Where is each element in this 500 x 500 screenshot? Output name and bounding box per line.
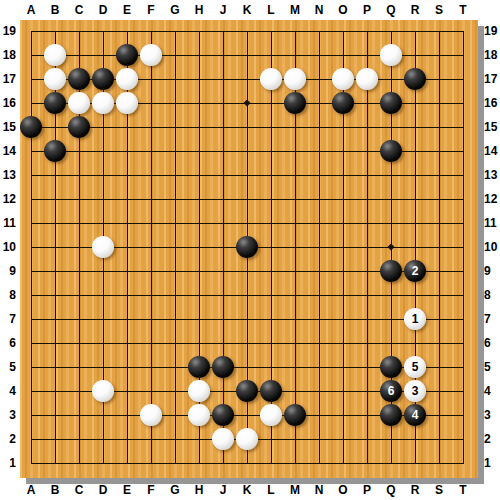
intersection[interactable] [307, 283, 331, 307]
intersection[interactable] [355, 19, 379, 43]
intersection[interactable] [235, 427, 259, 451]
intersection[interactable] [163, 139, 187, 163]
intersection[interactable] [67, 379, 91, 403]
intersection[interactable] [235, 259, 259, 283]
intersection[interactable] [379, 43, 403, 67]
intersection[interactable] [211, 427, 235, 451]
intersection[interactable]: 3 [403, 379, 427, 403]
intersection[interactable] [211, 283, 235, 307]
intersection[interactable]: 4 [403, 403, 427, 427]
intersection[interactable] [283, 235, 307, 259]
intersection[interactable] [355, 91, 379, 115]
intersection[interactable] [115, 403, 139, 427]
intersection[interactable] [211, 403, 235, 427]
intersection[interactable] [451, 235, 475, 259]
intersection[interactable] [43, 427, 67, 451]
intersection[interactable] [331, 259, 355, 283]
intersection[interactable] [91, 331, 115, 355]
intersection[interactable] [403, 211, 427, 235]
intersection[interactable] [19, 67, 43, 91]
intersection[interactable] [139, 211, 163, 235]
intersection[interactable] [115, 187, 139, 211]
intersection[interactable] [139, 115, 163, 139]
intersection[interactable] [331, 403, 355, 427]
intersection[interactable] [43, 451, 67, 475]
intersection[interactable] [91, 67, 115, 91]
intersection[interactable] [283, 67, 307, 91]
intersection[interactable] [403, 187, 427, 211]
intersection[interactable] [403, 115, 427, 139]
intersection[interactable] [19, 427, 43, 451]
intersection[interactable] [283, 427, 307, 451]
intersection[interactable] [427, 187, 451, 211]
intersection[interactable] [43, 43, 67, 67]
intersection[interactable] [19, 403, 43, 427]
intersection[interactable] [187, 19, 211, 43]
intersection[interactable] [451, 379, 475, 403]
intersection[interactable] [163, 355, 187, 379]
intersection[interactable] [19, 211, 43, 235]
intersection[interactable] [163, 235, 187, 259]
intersection[interactable] [187, 139, 211, 163]
intersection[interactable] [67, 139, 91, 163]
intersection[interactable] [163, 403, 187, 427]
intersection[interactable] [307, 235, 331, 259]
intersection[interactable] [259, 91, 283, 115]
intersection[interactable] [163, 163, 187, 187]
intersection[interactable] [379, 259, 403, 283]
intersection[interactable] [211, 451, 235, 475]
intersection[interactable] [187, 43, 211, 67]
intersection[interactable] [355, 283, 379, 307]
intersection[interactable] [331, 115, 355, 139]
intersection[interactable] [283, 43, 307, 67]
intersection[interactable] [91, 403, 115, 427]
intersection[interactable] [235, 67, 259, 91]
intersection[interactable] [211, 379, 235, 403]
intersection[interactable] [163, 211, 187, 235]
intersection[interactable] [91, 379, 115, 403]
intersection[interactable] [139, 331, 163, 355]
intersection[interactable] [427, 307, 451, 331]
intersection[interactable] [91, 211, 115, 235]
intersection[interactable] [283, 283, 307, 307]
intersection[interactable] [67, 451, 91, 475]
intersection[interactable] [235, 211, 259, 235]
intersection[interactable] [451, 139, 475, 163]
intersection[interactable] [211, 43, 235, 67]
intersection[interactable] [283, 115, 307, 139]
intersection[interactable] [91, 235, 115, 259]
intersection[interactable] [211, 139, 235, 163]
intersection[interactable] [91, 91, 115, 115]
intersection[interactable] [67, 259, 91, 283]
intersection[interactable] [331, 163, 355, 187]
intersection[interactable] [283, 139, 307, 163]
intersection[interactable] [163, 91, 187, 115]
intersection[interactable] [67, 331, 91, 355]
intersection[interactable] [283, 355, 307, 379]
intersection[interactable] [451, 211, 475, 235]
intersection[interactable] [235, 91, 259, 115]
intersection[interactable] [139, 283, 163, 307]
intersection[interactable] [19, 43, 43, 67]
intersection[interactable] [307, 331, 331, 355]
intersection[interactable] [67, 43, 91, 67]
intersection[interactable] [19, 307, 43, 331]
intersection[interactable] [379, 187, 403, 211]
intersection[interactable] [307, 91, 331, 115]
intersection[interactable] [19, 331, 43, 355]
intersection[interactable] [427, 43, 451, 67]
intersection[interactable] [67, 163, 91, 187]
intersection[interactable] [115, 259, 139, 283]
intersection[interactable] [259, 403, 283, 427]
intersection[interactable] [139, 235, 163, 259]
intersection[interactable] [211, 355, 235, 379]
intersection[interactable] [187, 283, 211, 307]
intersection[interactable] [331, 307, 355, 331]
intersection[interactable] [379, 163, 403, 187]
intersection[interactable] [283, 211, 307, 235]
intersection[interactable] [211, 211, 235, 235]
intersection[interactable] [355, 235, 379, 259]
intersection[interactable] [451, 115, 475, 139]
intersection[interactable] [187, 91, 211, 115]
intersection[interactable] [427, 139, 451, 163]
intersection[interactable] [331, 43, 355, 67]
intersection[interactable] [187, 451, 211, 475]
intersection[interactable] [163, 451, 187, 475]
intersection[interactable] [451, 43, 475, 67]
intersection[interactable] [115, 331, 139, 355]
intersection[interactable] [235, 331, 259, 355]
intersection[interactable] [43, 379, 67, 403]
intersection[interactable] [283, 451, 307, 475]
intersection[interactable] [427, 163, 451, 187]
intersection[interactable] [235, 307, 259, 331]
intersection[interactable] [115, 91, 139, 115]
intersection[interactable] [115, 163, 139, 187]
intersection[interactable] [379, 19, 403, 43]
intersection[interactable] [91, 43, 115, 67]
intersection[interactable] [19, 259, 43, 283]
intersection[interactable] [163, 307, 187, 331]
intersection[interactable] [259, 187, 283, 211]
intersection[interactable] [43, 283, 67, 307]
intersection[interactable] [115, 43, 139, 67]
intersection[interactable] [355, 403, 379, 427]
intersection[interactable] [283, 307, 307, 331]
intersection[interactable] [427, 19, 451, 43]
intersection[interactable] [451, 91, 475, 115]
intersection[interactable] [211, 307, 235, 331]
intersection[interactable] [379, 211, 403, 235]
intersection[interactable] [259, 19, 283, 43]
intersection[interactable] [139, 427, 163, 451]
intersection[interactable] [259, 283, 283, 307]
intersection[interactable] [187, 307, 211, 331]
intersection[interactable] [139, 91, 163, 115]
intersection[interactable] [235, 139, 259, 163]
intersection[interactable] [307, 43, 331, 67]
intersection[interactable] [403, 331, 427, 355]
intersection[interactable] [19, 163, 43, 187]
intersection[interactable] [379, 355, 403, 379]
intersection[interactable] [307, 163, 331, 187]
intersection[interactable] [355, 427, 379, 451]
intersection[interactable]: 2 [403, 259, 427, 283]
intersection[interactable] [67, 115, 91, 139]
intersection[interactable] [331, 451, 355, 475]
intersection[interactable] [43, 91, 67, 115]
intersection[interactable]: 1 [403, 307, 427, 331]
intersection[interactable] [307, 427, 331, 451]
intersection[interactable] [259, 139, 283, 163]
intersection[interactable] [139, 43, 163, 67]
intersection[interactable] [259, 451, 283, 475]
intersection[interactable] [187, 211, 211, 235]
intersection[interactable] [115, 283, 139, 307]
intersection[interactable] [451, 259, 475, 283]
intersection[interactable] [115, 211, 139, 235]
intersection[interactable] [403, 163, 427, 187]
intersection[interactable] [451, 19, 475, 43]
intersection[interactable] [91, 451, 115, 475]
intersection[interactable] [427, 427, 451, 451]
intersection[interactable] [187, 259, 211, 283]
intersection[interactable] [259, 331, 283, 355]
intersection[interactable] [163, 379, 187, 403]
intersection[interactable] [451, 427, 475, 451]
intersection[interactable] [379, 235, 403, 259]
intersection[interactable] [307, 211, 331, 235]
intersection[interactable] [163, 331, 187, 355]
intersection[interactable] [451, 355, 475, 379]
intersection[interactable] [115, 427, 139, 451]
intersection[interactable] [211, 19, 235, 43]
intersection[interactable] [331, 427, 355, 451]
intersection[interactable] [355, 355, 379, 379]
intersection[interactable] [211, 163, 235, 187]
intersection[interactable] [43, 403, 67, 427]
intersection[interactable] [43, 307, 67, 331]
intersection[interactable] [283, 331, 307, 355]
intersection[interactable] [355, 331, 379, 355]
intersection[interactable] [115, 451, 139, 475]
intersection[interactable] [355, 139, 379, 163]
intersection[interactable] [139, 163, 163, 187]
intersection[interactable] [115, 355, 139, 379]
intersection[interactable] [427, 235, 451, 259]
intersection[interactable] [43, 211, 67, 235]
intersection[interactable] [307, 379, 331, 403]
intersection[interactable] [307, 139, 331, 163]
intersection[interactable] [163, 115, 187, 139]
intersection[interactable] [355, 163, 379, 187]
intersection[interactable] [19, 235, 43, 259]
intersection[interactable] [403, 19, 427, 43]
intersection[interactable] [211, 259, 235, 283]
intersection[interactable] [19, 355, 43, 379]
intersection[interactable] [355, 259, 379, 283]
intersection[interactable] [67, 67, 91, 91]
intersection[interactable]: 6 [379, 379, 403, 403]
intersection[interactable] [211, 115, 235, 139]
intersection[interactable] [427, 403, 451, 427]
intersection[interactable] [67, 307, 91, 331]
intersection[interactable] [259, 211, 283, 235]
intersection[interactable] [115, 235, 139, 259]
intersection[interactable] [427, 211, 451, 235]
intersection[interactable] [403, 67, 427, 91]
intersection[interactable] [19, 115, 43, 139]
intersection[interactable] [331, 283, 355, 307]
intersection[interactable] [259, 427, 283, 451]
intersection[interactable] [67, 211, 91, 235]
intersection[interactable]: 5 [403, 355, 427, 379]
intersection[interactable] [91, 259, 115, 283]
intersection[interactable] [163, 259, 187, 283]
intersection[interactable] [403, 139, 427, 163]
intersection[interactable] [379, 67, 403, 91]
intersection[interactable] [139, 379, 163, 403]
intersection[interactable] [331, 187, 355, 211]
intersection[interactable] [139, 139, 163, 163]
intersection[interactable] [283, 91, 307, 115]
intersection[interactable] [43, 19, 67, 43]
intersection[interactable] [235, 43, 259, 67]
intersection[interactable] [235, 115, 259, 139]
intersection[interactable] [355, 307, 379, 331]
intersection[interactable] [235, 355, 259, 379]
intersection[interactable] [379, 91, 403, 115]
intersection[interactable] [235, 187, 259, 211]
intersection[interactable] [403, 283, 427, 307]
intersection[interactable] [115, 115, 139, 139]
intersection[interactable] [451, 67, 475, 91]
intersection[interactable] [139, 259, 163, 283]
intersection[interactable] [355, 67, 379, 91]
intersection[interactable] [187, 187, 211, 211]
intersection[interactable] [67, 355, 91, 379]
intersection[interactable] [379, 139, 403, 163]
intersection[interactable] [43, 67, 67, 91]
intersection[interactable] [67, 19, 91, 43]
intersection[interactable] [451, 403, 475, 427]
intersection[interactable] [403, 43, 427, 67]
intersection[interactable] [427, 67, 451, 91]
intersection[interactable] [139, 307, 163, 331]
intersection[interactable] [331, 379, 355, 403]
intersection[interactable] [403, 91, 427, 115]
intersection[interactable] [19, 283, 43, 307]
intersection[interactable] [67, 91, 91, 115]
intersection[interactable] [187, 115, 211, 139]
intersection[interactable] [427, 331, 451, 355]
intersection[interactable] [403, 427, 427, 451]
intersection[interactable] [307, 259, 331, 283]
intersection[interactable] [451, 331, 475, 355]
intersection[interactable] [187, 427, 211, 451]
intersection[interactable] [355, 43, 379, 67]
intersection[interactable] [259, 379, 283, 403]
intersection[interactable] [211, 235, 235, 259]
intersection[interactable] [259, 67, 283, 91]
intersection[interactable] [259, 43, 283, 67]
intersection[interactable] [43, 259, 67, 283]
intersection[interactable] [67, 283, 91, 307]
intersection[interactable] [187, 67, 211, 91]
intersection[interactable] [211, 187, 235, 211]
intersection[interactable] [67, 427, 91, 451]
intersection[interactable] [451, 307, 475, 331]
intersection[interactable] [283, 379, 307, 403]
intersection[interactable] [91, 139, 115, 163]
intersection[interactable] [307, 403, 331, 427]
intersection[interactable] [91, 187, 115, 211]
intersection[interactable] [43, 115, 67, 139]
intersection[interactable] [139, 451, 163, 475]
intersection[interactable] [331, 67, 355, 91]
intersection[interactable] [43, 187, 67, 211]
intersection[interactable] [379, 403, 403, 427]
intersection[interactable] [43, 235, 67, 259]
intersection[interactable] [19, 139, 43, 163]
intersection[interactable] [355, 211, 379, 235]
intersection[interactable] [43, 139, 67, 163]
intersection[interactable] [235, 235, 259, 259]
intersection[interactable] [259, 307, 283, 331]
intersection[interactable] [115, 379, 139, 403]
intersection[interactable] [451, 283, 475, 307]
intersection[interactable] [163, 67, 187, 91]
intersection[interactable] [331, 211, 355, 235]
intersection[interactable] [427, 115, 451, 139]
intersection[interactable] [139, 187, 163, 211]
intersection[interactable] [451, 163, 475, 187]
intersection[interactable] [355, 187, 379, 211]
intersection[interactable] [91, 307, 115, 331]
intersection[interactable] [67, 403, 91, 427]
intersection[interactable] [427, 91, 451, 115]
intersection[interactable] [331, 235, 355, 259]
intersection[interactable] [91, 163, 115, 187]
intersection[interactable] [355, 451, 379, 475]
intersection[interactable] [163, 427, 187, 451]
intersection[interactable] [307, 115, 331, 139]
intersection[interactable] [451, 451, 475, 475]
intersection[interactable] [259, 259, 283, 283]
intersection[interactable] [379, 283, 403, 307]
intersection[interactable] [379, 307, 403, 331]
intersection[interactable] [139, 19, 163, 43]
intersection[interactable] [163, 187, 187, 211]
intersection[interactable] [163, 283, 187, 307]
intersection[interactable] [451, 187, 475, 211]
intersection[interactable] [379, 427, 403, 451]
intersection[interactable] [115, 139, 139, 163]
intersection[interactable] [235, 19, 259, 43]
intersection[interactable] [283, 259, 307, 283]
intersection[interactable] [235, 403, 259, 427]
intersection[interactable] [379, 115, 403, 139]
intersection[interactable] [139, 355, 163, 379]
intersection[interactable] [91, 427, 115, 451]
intersection[interactable] [235, 163, 259, 187]
intersection[interactable] [259, 355, 283, 379]
intersection[interactable] [211, 331, 235, 355]
